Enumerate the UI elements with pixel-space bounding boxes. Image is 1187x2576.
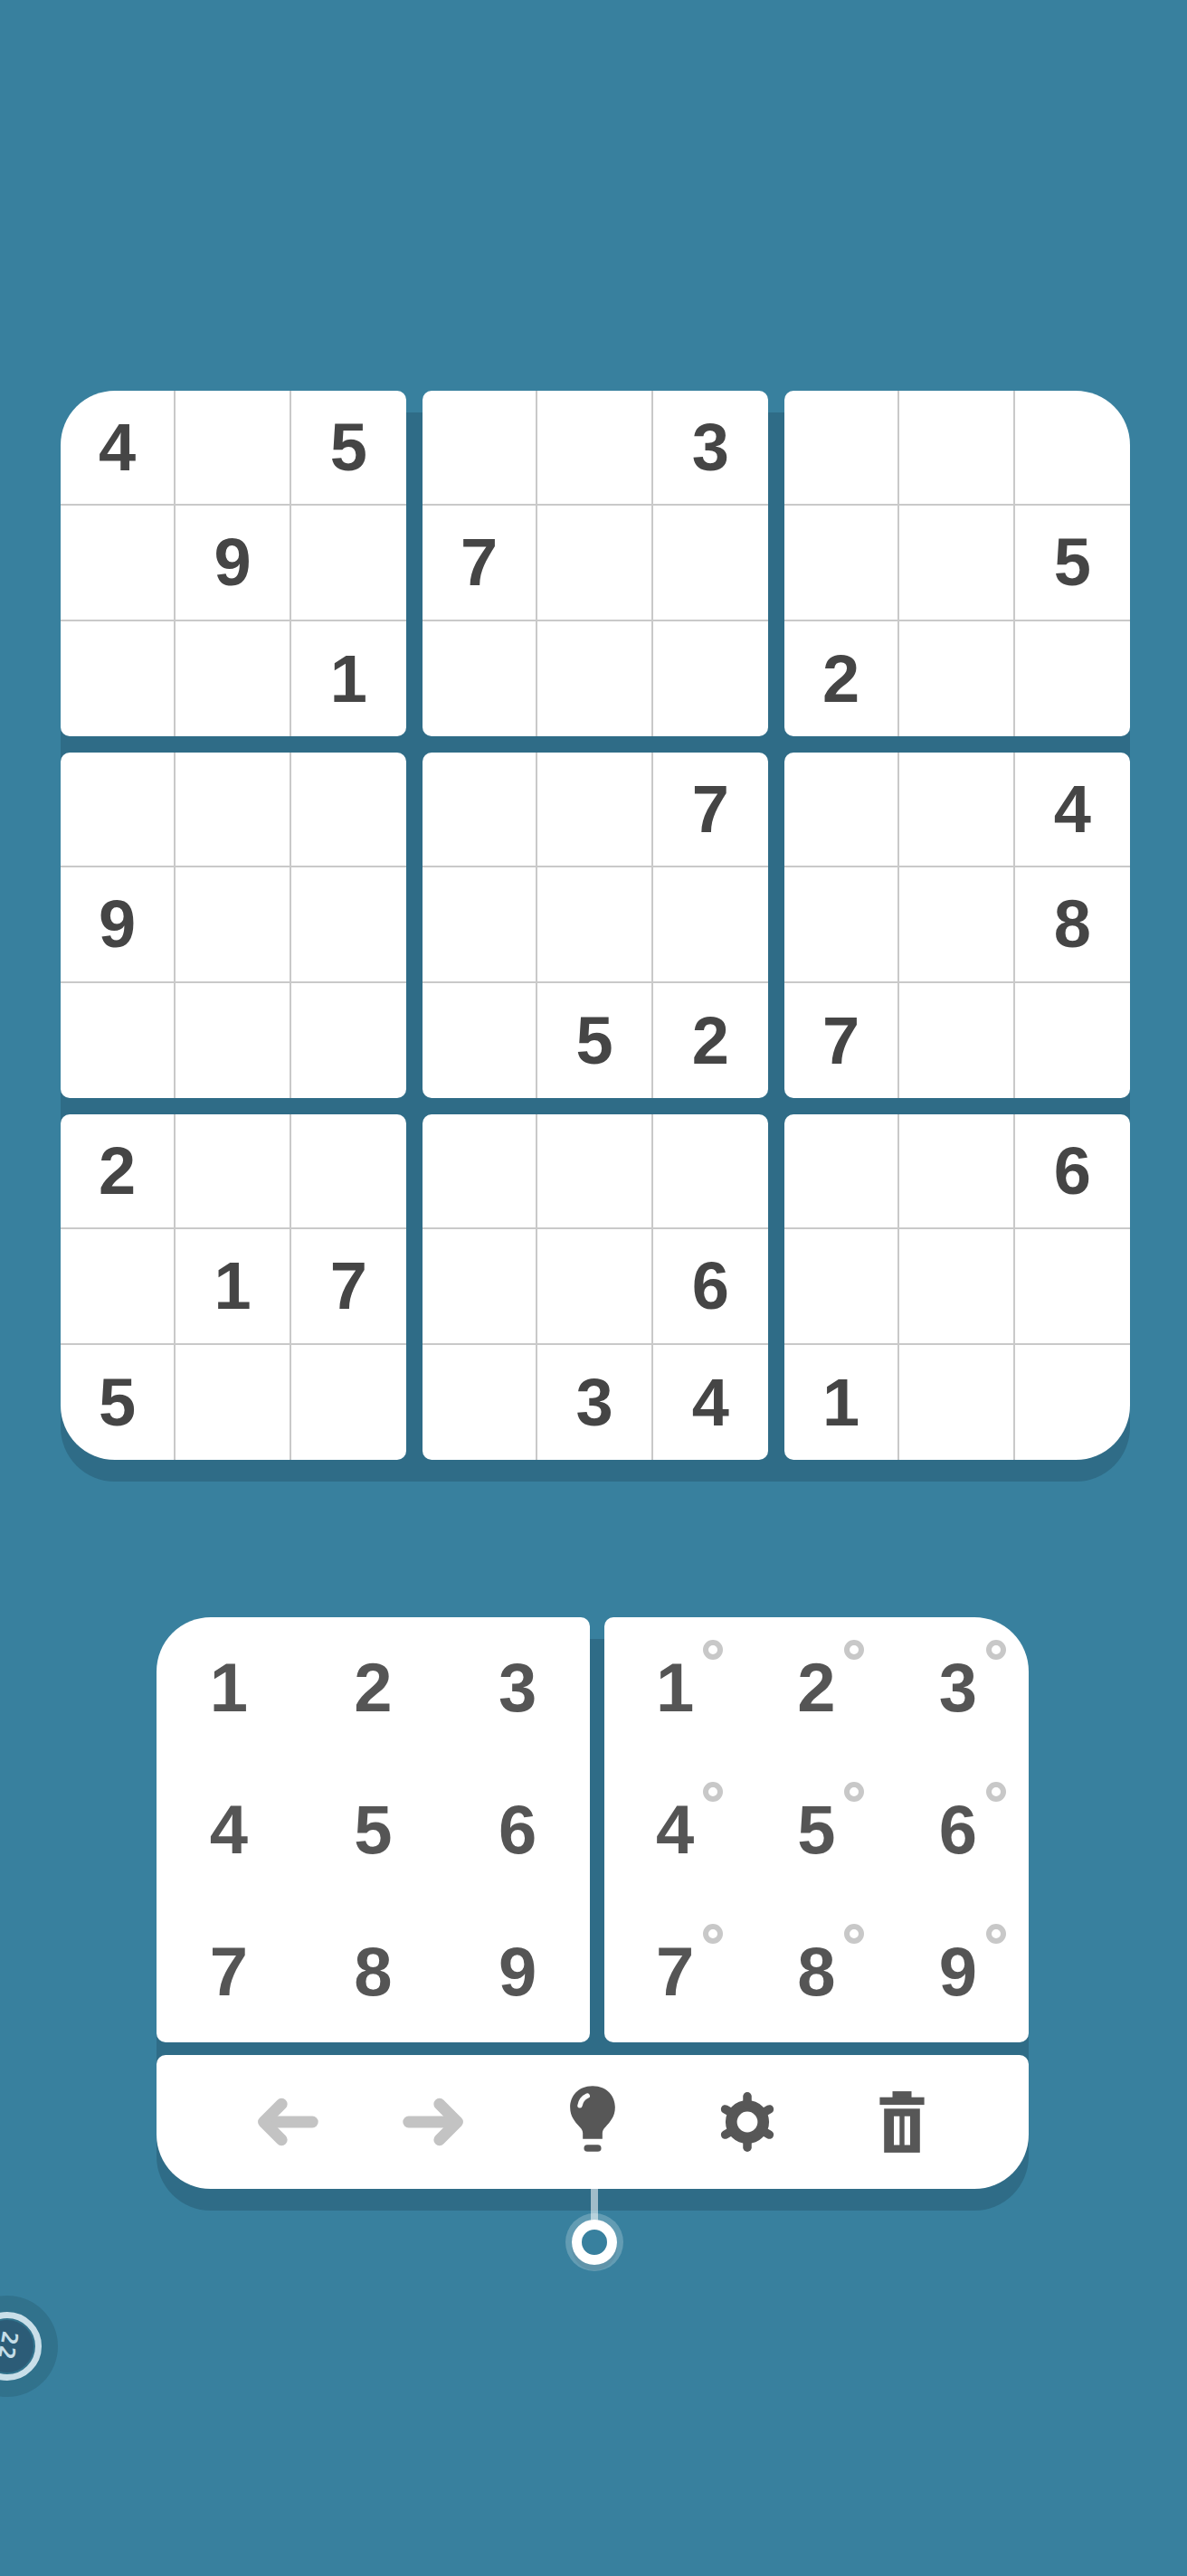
cell-r7c3[interactable] (291, 1114, 406, 1229)
notepad-1[interactable]: 1 (604, 1617, 745, 1759)
cell-r1c4[interactable] (423, 391, 537, 506)
cell-r3c3[interactable]: 1 (291, 621, 406, 736)
cell-r6c6[interactable]: 2 (653, 983, 768, 1098)
note-ring-icon (844, 1782, 864, 1802)
cell-r8c7[interactable] (784, 1229, 899, 1344)
notepad-8[interactable]: 8 (745, 1900, 887, 2042)
notepad-4[interactable]: 4 (604, 1759, 745, 1901)
notepad-9[interactable]: 9 (888, 1900, 1029, 2042)
cell-r3c7[interactable]: 2 (784, 621, 899, 736)
box-3: 52 (784, 391, 1130, 736)
sudoku-app-screen: 459137529752487217563461 123456789 12345… (0, 0, 1187, 2576)
cell-r4c8[interactable] (899, 753, 1014, 867)
cell-r9c6[interactable]: 4 (653, 1345, 768, 1460)
cell-r4c1[interactable] (61, 753, 176, 867)
box-9: 61 (784, 1114, 1130, 1460)
cell-r8c2[interactable]: 1 (176, 1229, 290, 1344)
cell-r7c8[interactable] (899, 1114, 1014, 1229)
pad-digit: 6 (926, 1795, 990, 1865)
pad-digit: 2 (341, 1653, 404, 1723)
cell-r5c5[interactable] (537, 867, 652, 982)
cell-r2c4[interactable]: 7 (423, 506, 537, 620)
cell-r2c2[interactable]: 9 (176, 506, 290, 620)
cell-r5c7[interactable] (784, 867, 899, 982)
cell-r4c4[interactable] (423, 753, 537, 867)
notepad-3[interactable]: 3 (888, 1617, 1029, 1759)
notepad-6[interactable]: 6 (888, 1759, 1029, 1901)
drawer-handle[interactable] (572, 2220, 617, 2265)
cell-r2c3[interactable] (291, 506, 406, 620)
drawer-handle-line (591, 2189, 598, 2221)
note-ring-icon (703, 1782, 723, 1802)
cell-r9c4[interactable] (423, 1345, 537, 1460)
cell-r2c5[interactable] (537, 506, 652, 620)
level-badge[interactable]: 22 (0, 2303, 51, 2390)
cell-r4c3[interactable] (291, 753, 406, 867)
cell-r4c2[interactable] (176, 753, 290, 867)
cell-r9c5[interactable]: 3 (537, 1345, 652, 1460)
cell-r9c7[interactable]: 1 (784, 1345, 899, 1460)
pad-digit: 5 (784, 1795, 848, 1865)
cell-r1c9[interactable] (1015, 391, 1130, 506)
cell-r3c5[interactable] (537, 621, 652, 736)
numpad-6[interactable]: 6 (445, 1759, 590, 1901)
cell-r4c6[interactable]: 7 (653, 753, 768, 867)
settings-button[interactable] (698, 2072, 797, 2172)
cell-r6c9[interactable] (1015, 983, 1130, 1098)
pad-digit: 5 (341, 1795, 404, 1865)
note-ring-icon (703, 1924, 723, 1944)
pad-digit: 9 (486, 1937, 549, 2007)
undo-button[interactable] (233, 2072, 333, 2172)
cell-r7c4[interactable] (423, 1114, 537, 1229)
cell-r5c4[interactable] (423, 867, 537, 982)
cell-r7c2[interactable] (176, 1114, 290, 1229)
cell-r6c4[interactable] (423, 983, 537, 1098)
cell-r8c4[interactable] (423, 1229, 537, 1344)
cell-r7c9[interactable]: 6 (1015, 1114, 1130, 1229)
pad-digit: 3 (926, 1653, 990, 1723)
pad-digit: 6 (486, 1795, 549, 1865)
cell-r3c9[interactable] (1015, 621, 1130, 736)
cell-r4c7[interactable] (784, 753, 899, 867)
note-ring-icon (986, 1640, 1006, 1660)
numpad-9[interactable]: 9 (445, 1900, 590, 2042)
cell-r4c9[interactable]: 4 (1015, 753, 1130, 867)
redo-button[interactable] (388, 2072, 488, 2172)
cell-r2c9[interactable]: 5 (1015, 506, 1130, 620)
cell-r9c2[interactable] (176, 1345, 290, 1460)
cell-r7c5[interactable] (537, 1114, 652, 1229)
cell-r8c3[interactable]: 7 (291, 1229, 406, 1344)
cell-r8c8[interactable] (899, 1229, 1014, 1344)
cell-r3c6[interactable] (653, 621, 768, 736)
cell-r1c1[interactable]: 4 (61, 391, 176, 506)
settings-gear-icon (713, 2088, 782, 2156)
box-7: 2175 (61, 1114, 406, 1460)
cell-r1c8[interactable] (899, 391, 1014, 506)
cell-r9c3[interactable] (291, 1345, 406, 1460)
cell-r5c2[interactable] (176, 867, 290, 982)
cell-r6c8[interactable] (899, 983, 1014, 1098)
cell-r2c6[interactable] (653, 506, 768, 620)
number-pad: 123456789 (157, 1617, 590, 2042)
note-ring-icon (986, 1924, 1006, 1944)
pad-digit: 8 (341, 1937, 404, 2007)
badge-value: 22 (0, 2329, 23, 2363)
input-cluster: 123456789 123456789 (157, 1617, 1029, 2189)
cell-r6c1[interactable] (61, 983, 176, 1098)
cell-r8c1[interactable] (61, 1229, 176, 1344)
numpad-2[interactable]: 2 (301, 1617, 446, 1759)
note-ring-icon (703, 1640, 723, 1660)
box-6: 487 (784, 753, 1130, 1098)
pad-digit: 7 (643, 1937, 707, 2007)
pad-digit: 8 (784, 1937, 848, 2007)
box-4: 9 (61, 753, 406, 1098)
cell-r5c8[interactable] (899, 867, 1014, 982)
cell-r3c4[interactable] (423, 621, 537, 736)
notes-pad: 123456789 (604, 1617, 1029, 2042)
cell-r9c9[interactable] (1015, 1345, 1130, 1460)
cell-r2c1[interactable] (61, 506, 176, 620)
hint-bulb-icon (564, 2083, 622, 2161)
note-ring-icon (844, 1924, 864, 1944)
cell-r7c7[interactable] (784, 1114, 899, 1229)
cell-r5c3[interactable] (291, 867, 406, 982)
cell-r1c3[interactable]: 5 (291, 391, 406, 506)
sudoku-board: 459137529752487217563461 (61, 391, 1130, 1460)
cell-r6c3[interactable] (291, 983, 406, 1098)
cell-r8c6[interactable]: 6 (653, 1229, 768, 1344)
box-2: 37 (423, 391, 768, 736)
erase-trash-icon (872, 2088, 932, 2156)
pad-digit: 1 (643, 1653, 707, 1723)
cell-r9c1[interactable]: 5 (61, 1345, 176, 1460)
toolbar (157, 2055, 1029, 2189)
cell-r3c1[interactable] (61, 621, 176, 736)
cell-r8c5[interactable] (537, 1229, 652, 1344)
cell-r1c7[interactable] (784, 391, 899, 506)
cell-r5c6[interactable] (653, 867, 768, 982)
undo-arrow-icon (244, 2092, 322, 2152)
cell-r7c6[interactable] (653, 1114, 768, 1229)
box-1: 4591 (61, 391, 406, 736)
numpad-8[interactable]: 8 (301, 1900, 446, 2042)
note-ring-icon (986, 1782, 1006, 1802)
cell-r2c7[interactable] (784, 506, 899, 620)
cell-r1c5[interactable] (537, 391, 652, 506)
cell-r4c5[interactable] (537, 753, 652, 867)
numpad-3[interactable]: 3 (445, 1617, 590, 1759)
cell-r8c9[interactable] (1015, 1229, 1130, 1344)
cell-r6c2[interactable] (176, 983, 290, 1098)
pad-digit: 4 (197, 1795, 261, 1865)
box-8: 634 (423, 1114, 768, 1460)
cell-r1c2[interactable] (176, 391, 290, 506)
numpad-1[interactable]: 1 (157, 1617, 301, 1759)
pad-digit: 1 (197, 1653, 261, 1723)
cell-r5c1[interactable]: 9 (61, 867, 176, 982)
numpad-5[interactable]: 5 (301, 1759, 446, 1901)
cell-r6c5[interactable]: 5 (537, 983, 652, 1098)
cell-r1c6[interactable]: 3 (653, 391, 768, 506)
cell-r5c9[interactable]: 8 (1015, 867, 1130, 982)
pad-digit: 9 (926, 1937, 990, 2007)
cell-r2c8[interactable] (899, 506, 1014, 620)
cell-r7c1[interactable]: 2 (61, 1114, 176, 1229)
redo-arrow-icon (399, 2092, 477, 2152)
cell-r3c8[interactable] (899, 621, 1014, 736)
notepad-2[interactable]: 2 (745, 1617, 887, 1759)
note-ring-icon (844, 1640, 864, 1660)
cell-r3c2[interactable] (176, 621, 290, 736)
notepad-5[interactable]: 5 (745, 1759, 887, 1901)
box-5: 752 (423, 753, 768, 1098)
cell-r6c7[interactable]: 7 (784, 983, 899, 1098)
erase-button[interactable] (852, 2072, 952, 2172)
numpad-7[interactable]: 7 (157, 1900, 301, 2042)
cell-r9c8[interactable] (899, 1345, 1014, 1460)
pad-digit: 3 (486, 1653, 549, 1723)
pad-digit: 2 (784, 1653, 848, 1723)
pad-digit: 4 (643, 1795, 707, 1865)
numpad-4[interactable]: 4 (157, 1759, 301, 1901)
pad-digit: 7 (197, 1937, 261, 2007)
hint-button[interactable] (543, 2072, 642, 2172)
notepad-7[interactable]: 7 (604, 1900, 745, 2042)
